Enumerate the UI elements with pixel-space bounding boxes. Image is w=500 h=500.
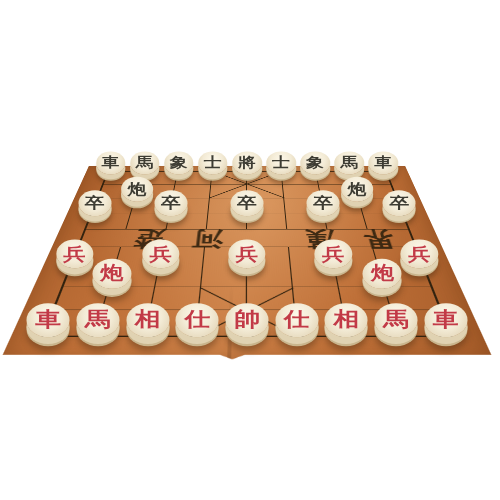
piece-black-cannon-b7[interactable]: 炮 bbox=[121, 176, 153, 201]
piece-character: 兵 bbox=[63, 245, 85, 262]
piece-character: 車 bbox=[102, 156, 120, 170]
piece-character: 卒 bbox=[85, 195, 105, 210]
piece-character: 兵 bbox=[322, 245, 344, 262]
piece-black-advisor-d9[interactable]: 士 bbox=[198, 152, 228, 175]
piece-red-soldier-c3[interactable]: 兵 bbox=[142, 239, 179, 268]
piece-black-cannon-h7[interactable]: 炮 bbox=[341, 176, 373, 201]
piece-black-horse-h9[interactable]: 馬 bbox=[335, 152, 365, 175]
piece-character: 卒 bbox=[237, 195, 257, 210]
piece-character: 象 bbox=[170, 156, 188, 170]
piece-black-soldier-e6[interactable]: 卒 bbox=[231, 190, 264, 216]
piece-red-soldier-i3[interactable]: 兵 bbox=[401, 239, 438, 268]
piece-character: 炮 bbox=[127, 181, 146, 196]
piece-character: 兵 bbox=[236, 245, 258, 262]
piece-character: 帥 bbox=[234, 310, 260, 330]
piece-character: 馬 bbox=[136, 156, 154, 170]
piece-character: 炮 bbox=[347, 181, 366, 196]
piece-black-general-e9[interactable]: 將 bbox=[232, 152, 262, 175]
piece-character: 卒 bbox=[389, 195, 409, 210]
piece-red-elephant-g0[interactable]: 相 bbox=[325, 303, 368, 337]
piece-character: 馬 bbox=[85, 310, 111, 330]
piece-red-general-e0[interactable]: 帥 bbox=[226, 303, 269, 337]
piece-character: 炮 bbox=[100, 265, 123, 283]
piece-red-cannon-h2[interactable]: 炮 bbox=[363, 259, 402, 289]
piece-red-soldier-a3[interactable]: 兵 bbox=[56, 239, 93, 268]
piece-character: 仕 bbox=[284, 310, 310, 330]
pieces-layer: 車馬象士將士象馬車炮炮卒卒卒卒卒兵兵兵兵兵炮炮車馬相仕帥仕相馬車 bbox=[0, 0, 500, 500]
piece-character: 卒 bbox=[313, 195, 333, 210]
piece-black-soldier-g6[interactable]: 卒 bbox=[307, 190, 340, 216]
piece-character: 馬 bbox=[340, 156, 358, 170]
piece-red-horse-b0[interactable]: 馬 bbox=[76, 303, 119, 337]
piece-character: 士 bbox=[272, 156, 290, 170]
piece-black-chariot-a9[interactable]: 車 bbox=[96, 152, 126, 175]
piece-black-advisor-f9[interactable]: 士 bbox=[266, 152, 296, 175]
piece-character: 馬 bbox=[383, 310, 409, 330]
xiangqi-product-photo: 楚 河 漢 界 車馬象士將士象馬車炮炮卒卒卒卒卒兵兵兵兵兵炮炮車馬相仕帥仕相馬車 bbox=[0, 0, 500, 500]
piece-character: 車 bbox=[433, 310, 459, 330]
piece-red-elephant-c0[interactable]: 相 bbox=[126, 303, 169, 337]
piece-black-chariot-i9[interactable]: 車 bbox=[369, 152, 399, 175]
piece-character: 士 bbox=[204, 156, 222, 170]
piece-character: 車 bbox=[35, 310, 61, 330]
piece-character: 兵 bbox=[408, 245, 430, 262]
piece-character: 車 bbox=[375, 156, 393, 170]
piece-red-soldier-g3[interactable]: 兵 bbox=[315, 239, 352, 268]
piece-black-soldier-c6[interactable]: 卒 bbox=[154, 190, 187, 216]
piece-black-elephant-g9[interactable]: 象 bbox=[300, 152, 330, 175]
piece-red-chariot-a0[interactable]: 車 bbox=[27, 303, 70, 337]
piece-character: 相 bbox=[333, 310, 359, 330]
piece-character: 象 bbox=[306, 156, 324, 170]
piece-character: 相 bbox=[135, 310, 161, 330]
piece-character: 將 bbox=[238, 156, 256, 170]
piece-red-horse-h0[interactable]: 馬 bbox=[375, 303, 418, 337]
piece-red-cannon-b2[interactable]: 炮 bbox=[92, 259, 131, 289]
piece-character: 炮 bbox=[371, 265, 394, 283]
piece-red-chariot-i0[interactable]: 車 bbox=[424, 303, 467, 337]
piece-black-elephant-c9[interactable]: 象 bbox=[164, 152, 194, 175]
piece-black-soldier-a6[interactable]: 卒 bbox=[78, 190, 111, 216]
piece-red-advisor-d0[interactable]: 仕 bbox=[176, 303, 219, 337]
piece-character: 仕 bbox=[184, 310, 210, 330]
piece-black-horse-b9[interactable]: 馬 bbox=[130, 152, 160, 175]
piece-character: 兵 bbox=[150, 245, 172, 262]
piece-black-soldier-i6[interactable]: 卒 bbox=[383, 190, 416, 216]
piece-red-soldier-e3[interactable]: 兵 bbox=[228, 239, 265, 268]
piece-red-advisor-f0[interactable]: 仕 bbox=[275, 303, 318, 337]
piece-character: 卒 bbox=[161, 195, 181, 210]
